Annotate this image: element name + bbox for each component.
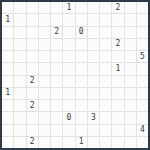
cell-r4-c2[interactable] — [27, 51, 38, 62]
cell-r11-c3[interactable] — [39, 137, 50, 148]
cell-r7-c3[interactable] — [39, 88, 50, 99]
cell-r7-c4[interactable] — [51, 88, 62, 99]
cell-r11-c4[interactable] — [51, 137, 62, 148]
cell-r5-c5[interactable] — [63, 63, 74, 74]
cell-r9-c10[interactable] — [125, 112, 136, 123]
cell-r4-c0[interactable] — [2, 51, 13, 62]
cell-r9-c2[interactable] — [27, 112, 38, 123]
cell-r0-c10[interactable] — [125, 2, 136, 13]
cell-r1-c0[interactable]: 1 — [2, 14, 13, 25]
cell-r1-c3[interactable] — [39, 14, 50, 25]
cell-r6-c0[interactable] — [2, 76, 13, 87]
cell-r10-c5[interactable] — [63, 125, 74, 136]
cell-r8-c8[interactable] — [100, 100, 111, 111]
cell-r6-c3[interactable] — [39, 76, 50, 87]
cell-r1-c11[interactable] — [137, 14, 148, 25]
cell-r0-c2[interactable] — [27, 2, 38, 13]
cell-r10-c8[interactable] — [100, 125, 111, 136]
cell-r10-c4[interactable] — [51, 125, 62, 136]
cell-r0-c3[interactable] — [39, 2, 50, 13]
cell-r7-c8[interactable] — [100, 88, 111, 99]
cell-r5-c2[interactable] — [27, 63, 38, 74]
cell-r2-c5[interactable] — [63, 27, 74, 38]
cell-r9-c7[interactable]: 3 — [88, 112, 99, 123]
cell-r9-c8[interactable] — [100, 112, 111, 123]
cell-r11-c1[interactable] — [14, 137, 25, 148]
cell-r4-c8[interactable] — [100, 51, 111, 62]
cell-r8-c3[interactable] — [39, 100, 50, 111]
cell-r2-c2[interactable] — [27, 27, 38, 38]
cell-r4-c4[interactable] — [51, 51, 62, 62]
cell-r8-c4[interactable] — [51, 100, 62, 111]
cell-r9-c5[interactable]: 0 — [63, 112, 74, 123]
cell-r4-c10[interactable] — [125, 51, 136, 62]
cell-r3-c0[interactable] — [2, 39, 13, 50]
cell-r3-c7[interactable] — [88, 39, 99, 50]
cell-r3-c11[interactable] — [137, 39, 148, 50]
cell-r3-c6[interactable] — [76, 39, 87, 50]
cell-r9-c1[interactable] — [14, 112, 25, 123]
cell-r5-c3[interactable] — [39, 63, 50, 74]
cell-r8-c0[interactable] — [2, 100, 13, 111]
cell-r11-c9[interactable] — [112, 137, 123, 148]
cell-r8-c10[interactable] — [125, 100, 136, 111]
cell-r11-c0[interactable] — [2, 137, 13, 148]
cell-r2-c9[interactable] — [112, 27, 123, 38]
cell-r0-c4[interactable] — [51, 2, 62, 13]
cell-r1-c5[interactable] — [63, 14, 74, 25]
cell-r9-c9[interactable] — [112, 112, 123, 123]
cell-r0-c7[interactable] — [88, 2, 99, 13]
cell-r1-c2[interactable] — [27, 14, 38, 25]
cell-r8-c7[interactable] — [88, 100, 99, 111]
cell-r5-c7[interactable] — [88, 63, 99, 74]
cell-r2-c10[interactable] — [125, 27, 136, 38]
cell-r7-c1[interactable] — [14, 88, 25, 99]
cell-r10-c9[interactable] — [112, 125, 123, 136]
cell-r10-c11[interactable]: 4 — [137, 125, 148, 136]
cell-r9-c11[interactable] — [137, 112, 148, 123]
cell-r4-c3[interactable] — [39, 51, 50, 62]
cell-r7-c2[interactable] — [27, 88, 38, 99]
cell-r2-c4[interactable]: 2 — [51, 27, 62, 38]
cell-r5-c8[interactable] — [100, 63, 111, 74]
cell-r2-c1[interactable] — [14, 27, 25, 38]
cell-r8-c11[interactable] — [137, 100, 148, 111]
cell-r1-c10[interactable] — [125, 14, 136, 25]
cell-r3-c9[interactable]: 2 — [112, 39, 123, 50]
cell-r1-c4[interactable] — [51, 14, 62, 25]
cell-r8-c2[interactable]: 2 — [27, 100, 38, 111]
cell-r6-c8[interactable] — [100, 76, 111, 87]
cell-r6-c4[interactable] — [51, 76, 62, 87]
cell-r5-c0[interactable] — [2, 63, 13, 74]
cell-r11-c7[interactable] — [88, 137, 99, 148]
cell-r3-c8[interactable] — [100, 39, 111, 50]
cell-r6-c6[interactable] — [76, 76, 87, 87]
cell-r7-c7[interactable] — [88, 88, 99, 99]
cell-r6-c7[interactable] — [88, 76, 99, 87]
cell-r2-c0[interactable] — [2, 27, 13, 38]
cell-r0-c5[interactable]: 1 — [63, 2, 74, 13]
cell-r0-c9[interactable]: 2 — [112, 2, 123, 13]
cell-r7-c11[interactable] — [137, 88, 148, 99]
cell-r0-c8[interactable] — [100, 2, 111, 13]
cell-r9-c0[interactable] — [2, 112, 13, 123]
cell-r11-c6[interactable]: 1 — [76, 137, 87, 148]
cell-r11-c2[interactable]: 2 — [27, 137, 38, 148]
cell-r6-c9[interactable] — [112, 76, 123, 87]
cell-r7-c5[interactable] — [63, 88, 74, 99]
cell-r11-c11[interactable] — [137, 137, 148, 148]
cell-r4-c5[interactable] — [63, 51, 74, 62]
cell-r6-c5[interactable] — [63, 76, 74, 87]
cell-r1-c1[interactable] — [14, 14, 25, 25]
cell-r6-c11[interactable] — [137, 76, 148, 87]
cell-r0-c1[interactable] — [14, 2, 25, 13]
cell-r2-c3[interactable] — [39, 27, 50, 38]
cell-r10-c0[interactable] — [2, 125, 13, 136]
cell-r5-c4[interactable] — [51, 63, 62, 74]
puzzle-board: 1212025121203421 — [0, 0, 150, 150]
cell-r4-c7[interactable] — [88, 51, 99, 62]
cell-r10-c2[interactable] — [27, 125, 38, 136]
cell-r3-c10[interactable] — [125, 39, 136, 50]
cell-r10-c10[interactable] — [125, 125, 136, 136]
cell-r0-c11[interactable] — [137, 2, 148, 13]
cell-r4-c1[interactable] — [14, 51, 25, 62]
cell-r3-c1[interactable] — [14, 39, 25, 50]
cell-r7-c10[interactable] — [125, 88, 136, 99]
cell-r9-c6[interactable] — [76, 112, 87, 123]
cell-r5-c10[interactable] — [125, 63, 136, 74]
cell-r8-c6[interactable] — [76, 100, 87, 111]
cell-r6-c1[interactable] — [14, 76, 25, 87]
cell-r11-c8[interactable] — [100, 137, 111, 148]
cell-r7-c9[interactable] — [112, 88, 123, 99]
cell-r0-c6[interactable] — [76, 2, 87, 13]
cell-r11-c10[interactable] — [125, 137, 136, 148]
cell-r8-c5[interactable] — [63, 100, 74, 111]
cell-r10-c3[interactable] — [39, 125, 50, 136]
cell-r2-c8[interactable] — [100, 27, 111, 38]
cell-r1-c7[interactable] — [88, 14, 99, 25]
cell-r4-c6[interactable] — [76, 51, 87, 62]
cell-r10-c7[interactable] — [88, 125, 99, 136]
cell-r6-c10[interactable] — [125, 76, 136, 87]
cell-r5-c9[interactable]: 1 — [112, 63, 123, 74]
cell-r3-c2[interactable] — [27, 39, 38, 50]
cell-r2-c11[interactable] — [137, 27, 148, 38]
cell-r11-c5[interactable] — [63, 137, 74, 148]
cell-r5-c11[interactable] — [137, 63, 148, 74]
cell-r0-c0[interactable] — [2, 2, 13, 13]
cell-r10-c1[interactable] — [14, 125, 25, 136]
cell-r2-c6[interactable]: 0 — [76, 27, 87, 38]
cell-r10-c6[interactable] — [76, 125, 87, 136]
cell-r7-c6[interactable] — [76, 88, 87, 99]
cell-r1-c6[interactable] — [76, 14, 87, 25]
cell-r1-c8[interactable] — [100, 14, 111, 25]
cell-r4-c9[interactable] — [112, 51, 123, 62]
cell-r2-c7[interactable] — [88, 27, 99, 38]
cell-r8-c1[interactable] — [14, 100, 25, 111]
cell-r6-c2[interactable]: 2 — [27, 76, 38, 87]
cell-r7-c0[interactable]: 1 — [2, 88, 13, 99]
cell-r3-c5[interactable] — [63, 39, 74, 50]
cell-r9-c4[interactable] — [51, 112, 62, 123]
cell-r3-c3[interactable] — [39, 39, 50, 50]
cell-r5-c1[interactable] — [14, 63, 25, 74]
cell-r9-c3[interactable] — [39, 112, 50, 123]
cell-r3-c4[interactable] — [51, 39, 62, 50]
cell-r4-c11[interactable]: 5 — [137, 51, 148, 62]
cell-r5-c6[interactable] — [76, 63, 87, 74]
cell-r8-c9[interactable] — [112, 100, 123, 111]
cell-r1-c9[interactable] — [112, 14, 123, 25]
